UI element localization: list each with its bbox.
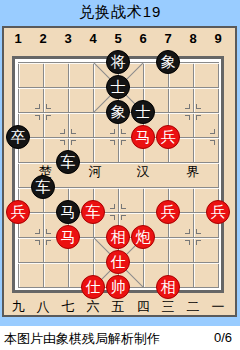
- point-mark: [196, 115, 201, 120]
- river-text: 河: [87, 164, 103, 180]
- credit-text: 本图片由象棋残局解析制作: [4, 330, 160, 348]
- piece-red[interactable]: 相: [106, 225, 130, 249]
- point-mark: [35, 229, 40, 234]
- rank-label: 一: [209, 298, 227, 316]
- river-text: 汉: [135, 164, 151, 180]
- point-mark: [196, 240, 201, 245]
- piece-red[interactable]: 车: [81, 200, 105, 224]
- page-title: 兑换战术19: [0, 3, 240, 22]
- status-bar: 本图片由象棋残局解析制作 0/6: [0, 326, 240, 350]
- point-mark: [46, 115, 51, 120]
- grid-line: [18, 137, 219, 138]
- point-mark: [110, 215, 115, 220]
- piece-red[interactable]: 相: [156, 275, 180, 299]
- piece-black[interactable]: 卒: [6, 125, 30, 149]
- rank-label: 六: [84, 298, 102, 316]
- point-mark: [185, 104, 190, 109]
- piece-black[interactable]: 象: [106, 100, 130, 124]
- point-mark: [46, 240, 51, 245]
- app-window: 兑换战术19 123456789九八七六五四三二一楚河汉界将象士象士卒马兵车车兵…: [0, 0, 240, 350]
- rank-label: 四: [134, 298, 152, 316]
- piece-red[interactable]: 马: [131, 125, 155, 149]
- piece-red[interactable]: 兵: [156, 125, 180, 149]
- piece-red[interactable]: 仕: [81, 275, 105, 299]
- point-mark: [121, 204, 126, 209]
- rank-label: 二: [184, 298, 202, 316]
- point-mark: [121, 140, 126, 145]
- point-mark: [110, 129, 115, 134]
- piece-black[interactable]: 象: [156, 50, 180, 74]
- point-mark: [210, 129, 215, 134]
- rank-label: 八: [34, 298, 52, 316]
- point-mark: [121, 129, 126, 134]
- grid-line: [18, 162, 219, 163]
- piece-red[interactable]: 兵: [156, 200, 180, 224]
- point-mark: [110, 140, 115, 145]
- move-counter: 0/6: [214, 330, 232, 345]
- point-mark: [196, 229, 201, 234]
- rank-label: 七: [59, 298, 77, 316]
- point-mark: [185, 115, 190, 120]
- point-mark: [196, 104, 201, 109]
- piece-red[interactable]: 炮: [131, 225, 155, 249]
- point-mark: [46, 104, 51, 109]
- file-label: 6: [135, 31, 151, 46]
- piece-black[interactable]: 将: [106, 50, 130, 74]
- point-mark: [210, 140, 215, 145]
- piece-red[interactable]: 马: [56, 225, 80, 249]
- file-label: 1: [10, 31, 26, 46]
- piece-black[interactable]: 车: [31, 175, 55, 199]
- point-mark: [71, 140, 76, 145]
- grid-line: [18, 62, 19, 288]
- point-mark: [35, 240, 40, 245]
- piece-black[interactable]: 车: [56, 150, 80, 174]
- grid-line: [18, 212, 219, 213]
- point-mark: [185, 229, 190, 234]
- point-mark: [121, 215, 126, 220]
- file-label: 2: [35, 31, 51, 46]
- file-label: 3: [60, 31, 76, 46]
- point-mark: [185, 240, 190, 245]
- point-mark: [110, 204, 115, 209]
- grid-line: [218, 62, 219, 288]
- file-label: 8: [185, 31, 201, 46]
- rank-label: 九: [9, 298, 27, 316]
- river-text: 界: [185, 164, 201, 180]
- piece-red[interactable]: 兵: [206, 200, 230, 224]
- piece-black[interactable]: 士: [106, 75, 130, 99]
- point-mark: [60, 129, 65, 134]
- piece-red[interactable]: 兵: [6, 200, 30, 224]
- piece-red[interactable]: 仕: [106, 250, 130, 274]
- point-mark: [71, 129, 76, 134]
- piece-black[interactable]: 马: [56, 200, 80, 224]
- file-label: 9: [210, 31, 226, 46]
- rank-label: 五: [109, 298, 127, 316]
- file-label: 4: [85, 31, 101, 46]
- point-mark: [35, 115, 40, 120]
- rank-label: 三: [159, 298, 177, 316]
- file-label: 5: [110, 31, 126, 46]
- point-mark: [46, 229, 51, 234]
- file-label: 7: [160, 31, 176, 46]
- point-mark: [60, 140, 65, 145]
- piece-black[interactable]: 士: [131, 100, 155, 124]
- piece-red[interactable]: 帅: [106, 275, 130, 299]
- board-panel: 123456789九八七六五四三二一楚河汉界将象士象士卒马兵车车兵马车兵兵马相炮…: [2, 26, 237, 317]
- point-mark: [35, 104, 40, 109]
